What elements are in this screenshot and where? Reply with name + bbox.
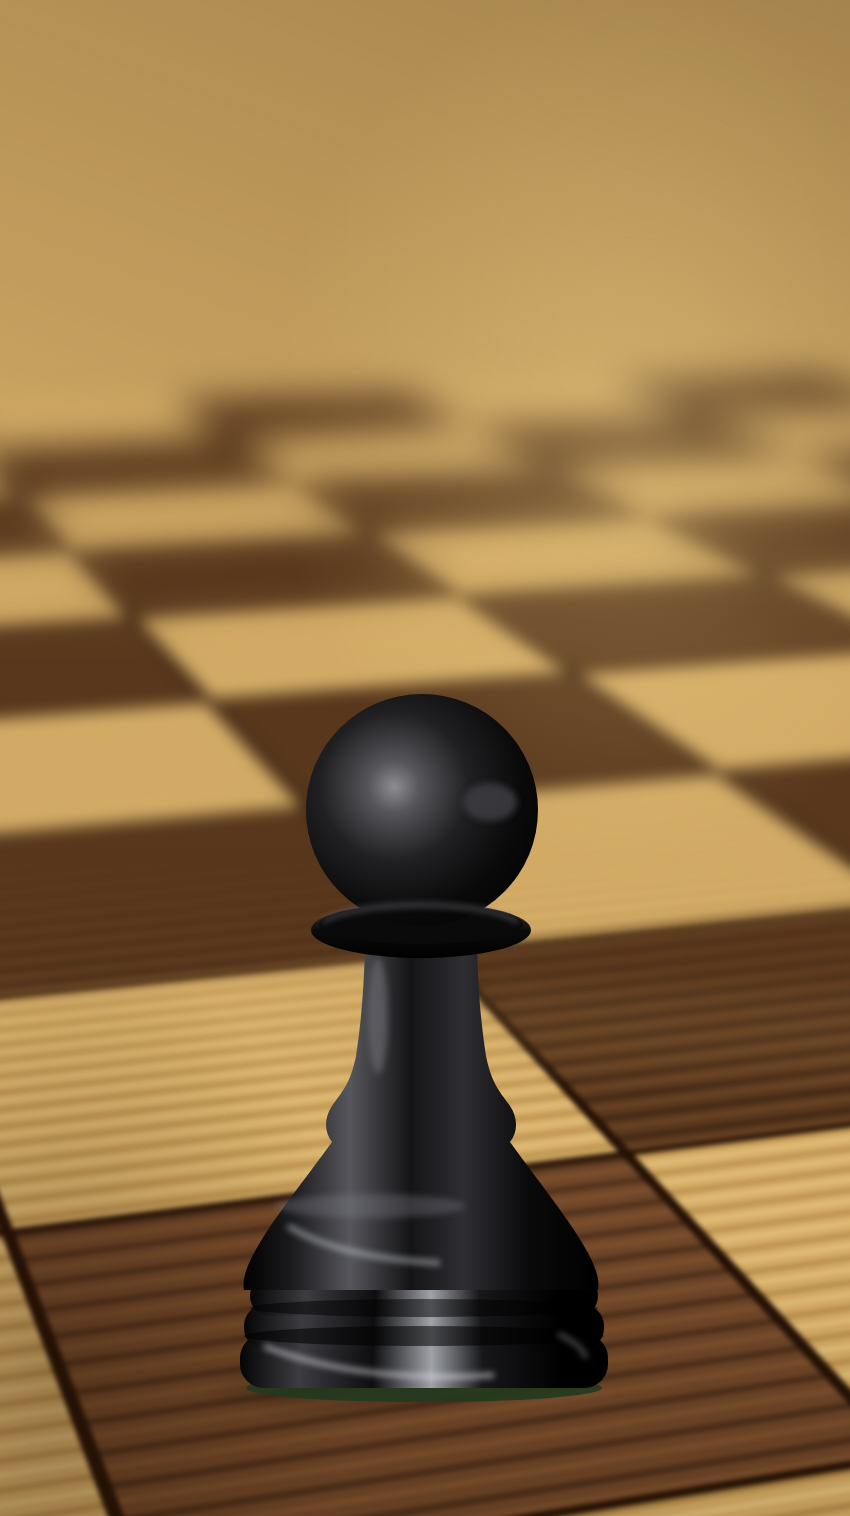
square-r0c5[interactable] [179,392,466,438]
square-r1c5[interactable] [233,427,547,481]
square-r1c3[interactable] [0,451,17,511]
square-r5c5[interactable] [578,649,850,771]
black-pawn-piece[interactable] [228,686,618,1402]
square-r3c3[interactable] [0,552,128,640]
square-r1c5[interactable] [233,427,547,481]
square-r1c6[interactable] [471,416,791,467]
square-r8c2[interactable] [0,1236,131,1516]
square-r2c7[interactable] [798,442,850,500]
square-r3c5[interactable] [372,517,762,595]
square-r0c6[interactable] [401,382,692,426]
square-r3c6[interactable] [652,501,850,574]
black-pawn-graphic [228,686,618,1402]
square-r0c4[interactable] [0,402,227,450]
square-r6c5[interactable] [723,741,850,902]
square-r2c4[interactable] [24,482,365,550]
square-r5c5[interactable] [578,649,850,771]
square-r2c6[interactable] [554,455,850,516]
square-r3c3[interactable] [0,552,128,640]
pawn-body [244,944,599,1290]
square-r8c4[interactable] [634,1086,850,1451]
square-r4c5[interactable] [464,576,850,672]
square-r1c4[interactable] [0,439,289,496]
square-r2c3[interactable] [0,497,67,569]
square-r3c4[interactable] [74,534,455,617]
square-r0c4[interactable] [0,402,227,450]
square-r3c5[interactable] [372,517,762,595]
square-r3c4[interactable] [74,534,455,617]
square-r4c4[interactable] [136,597,568,700]
square-r9c3[interactable] [150,1461,850,1516]
square-r0c5[interactable] [179,392,466,438]
square-r8c4[interactable] [634,1086,850,1451]
square-r0c7[interactable] [614,373,850,415]
square-r5c5[interactable] [578,649,850,771]
square-r4c3[interactable] [0,618,205,729]
square-r2c3[interactable] [0,497,67,569]
square-r8c4[interactable] [634,1086,850,1451]
square-r8c2[interactable] [0,1236,131,1516]
square-r8c2[interactable] [0,1236,131,1516]
square-r4c3[interactable] [0,618,205,729]
square-r1c4[interactable] [0,439,289,496]
square-r9c3[interactable] [150,1461,850,1516]
square-r1c7[interactable] [699,405,850,454]
square-r6c5[interactable] [723,741,850,902]
square-r3c5[interactable] [372,517,762,595]
square-r3c6[interactable] [652,501,850,574]
square-r2c3[interactable] [0,497,67,569]
square-r3c6[interactable] [652,501,850,574]
square-r4c6[interactable] [770,557,850,647]
square-r2c5[interactable] [296,468,644,532]
square-r1c7[interactable] [699,405,850,454]
square-r4c4[interactable] [136,597,568,700]
square-r3c3[interactable] [0,552,128,640]
square-r2c4[interactable] [24,482,365,550]
square-r4c5[interactable] [464,576,850,672]
square-r2c5[interactable] [296,468,644,532]
square-r1c5[interactable] [233,427,547,481]
square-r2c7[interactable] [798,442,850,500]
square-r2c7[interactable] [798,442,850,500]
square-r0c7[interactable] [614,373,850,415]
square-r1c3[interactable] [0,451,17,511]
square-r2c6[interactable] [554,455,850,516]
square-r4c6[interactable] [770,557,850,647]
pawn-base [240,1276,608,1388]
square-r2c4[interactable] [24,482,365,550]
square-r2c5[interactable] [296,468,644,532]
square-r0c6[interactable] [401,382,692,426]
square-r1c7[interactable] [699,405,850,454]
square-r0c7[interactable] [614,373,850,415]
square-r9c3[interactable] [150,1461,850,1516]
square-r0c4[interactable] [0,402,227,450]
square-r4c5[interactable] [464,576,850,672]
square-r1c4[interactable] [0,439,289,496]
square-r6c5[interactable] [723,741,850,902]
square-r4c6[interactable] [770,557,850,647]
square-r2c6[interactable] [554,455,850,516]
photo-scene [0,0,850,1516]
square-r0c6[interactable] [401,382,692,426]
square-r0c5[interactable] [179,392,466,438]
square-r1c6[interactable] [471,416,791,467]
square-r1c6[interactable] [471,416,791,467]
square-r1c3[interactable] [0,451,17,511]
square-r4c3[interactable] [0,618,205,729]
square-r3c4[interactable] [74,534,455,617]
square-r4c4[interactable] [136,597,568,700]
